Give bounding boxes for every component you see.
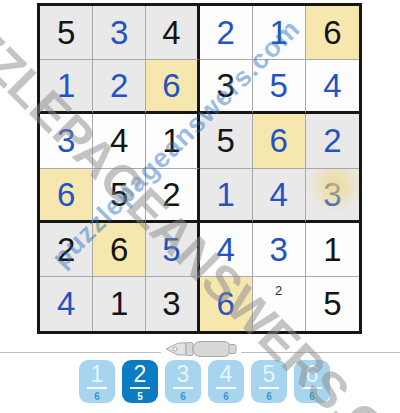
- cell-r2c3[interactable]: 6: [146, 60, 199, 114]
- number-pad: 162536465666: [79, 360, 330, 403]
- numpad-button-3[interactable]: 36: [165, 360, 201, 403]
- cell-r6c3[interactable]: 3: [146, 277, 199, 331]
- cell-r3c3[interactable]: 1: [146, 114, 199, 168]
- numpad-count: 6: [266, 391, 272, 402]
- cell-r4c6[interactable]: 3: [306, 169, 359, 223]
- cell-r5c1[interactable]: 2: [40, 223, 93, 277]
- cell-r1c1[interactable]: 5: [40, 6, 93, 60]
- numpad-digit: 3: [177, 362, 190, 387]
- numpad-digit: 4: [220, 362, 233, 387]
- cell-r1c6[interactable]: 6: [306, 6, 359, 60]
- pen-icon: [161, 339, 241, 359]
- numpad-button-4[interactable]: 46: [208, 360, 244, 403]
- cell-r1c3[interactable]: 4: [146, 6, 199, 60]
- cell-r3c4[interactable]: 5: [200, 114, 253, 168]
- numpad-count: 5: [137, 391, 143, 402]
- numpad-count: 6: [223, 391, 229, 402]
- cell-r2c2[interactable]: 2: [93, 60, 146, 114]
- cell-r5c5[interactable]: 3: [253, 223, 306, 277]
- numpad-count: 6: [180, 391, 186, 402]
- cell-r2c1[interactable]: 1: [40, 60, 93, 114]
- cell-r4c4[interactable]: 1: [200, 169, 253, 223]
- cell-r3c1[interactable]: 3: [40, 114, 93, 168]
- cell-r6c6[interactable]: 5: [306, 277, 359, 331]
- numpad-digit: 2: [134, 362, 147, 387]
- numpad-digit: 6: [306, 362, 319, 387]
- cell-r5c2[interactable]: 6: [93, 223, 146, 277]
- cell-r3c5[interactable]: 6: [253, 114, 306, 168]
- numpad-button-1[interactable]: 16: [79, 360, 115, 403]
- numpad-button-6[interactable]: 66: [294, 360, 330, 403]
- cell-r4c1[interactable]: 6: [40, 169, 93, 223]
- cell-r4c2[interactable]: 5: [93, 169, 146, 223]
- cell-r5c4[interactable]: 4: [200, 223, 253, 277]
- cell-r4c5[interactable]: 4: [253, 169, 306, 223]
- numpad-digit: 1: [91, 362, 104, 387]
- cell-r1c2[interactable]: 3: [93, 6, 146, 60]
- numpad-button-2[interactable]: 25: [122, 360, 158, 403]
- cell-r2c4[interactable]: 3: [200, 60, 253, 114]
- numpad-underline: [302, 387, 322, 389]
- cell-r1c5[interactable]: 1: [253, 6, 306, 60]
- numpad-underline: [87, 387, 107, 389]
- numpad-digit: 5: [263, 362, 276, 387]
- cell-r1c4[interactable]: 2: [200, 6, 253, 60]
- numpad-button-5[interactable]: 56: [251, 360, 287, 403]
- cell-r3c6[interactable]: 2: [306, 114, 359, 168]
- cell-r6c2[interactable]: 1: [93, 277, 146, 331]
- cell-r2c6[interactable]: 4: [306, 60, 359, 114]
- numpad-underline: [216, 387, 236, 389]
- cell-r4c3[interactable]: 2: [146, 169, 199, 223]
- cell-r5c3[interactable]: 5: [146, 223, 199, 277]
- pencil-marks: 2: [254, 278, 304, 330]
- cell-r3c2[interactable]: 4: [93, 114, 146, 168]
- cell-r5c6[interactable]: 1: [306, 223, 359, 277]
- numpad-count: 6: [94, 391, 100, 402]
- numpad-underline: [173, 387, 193, 389]
- cell-r6c1[interactable]: 4: [40, 277, 93, 331]
- sudoku-board: 534216126354341562652143265431413625: [37, 3, 362, 334]
- cell-r2c5[interactable]: 5: [253, 60, 306, 114]
- numpad-underline: [259, 387, 279, 389]
- cell-r6c4[interactable]: 6: [200, 277, 253, 331]
- numpad-count: 6: [309, 391, 315, 402]
- cell-r6c5[interactable]: 2: [253, 277, 306, 331]
- numpad-underline: [130, 387, 150, 389]
